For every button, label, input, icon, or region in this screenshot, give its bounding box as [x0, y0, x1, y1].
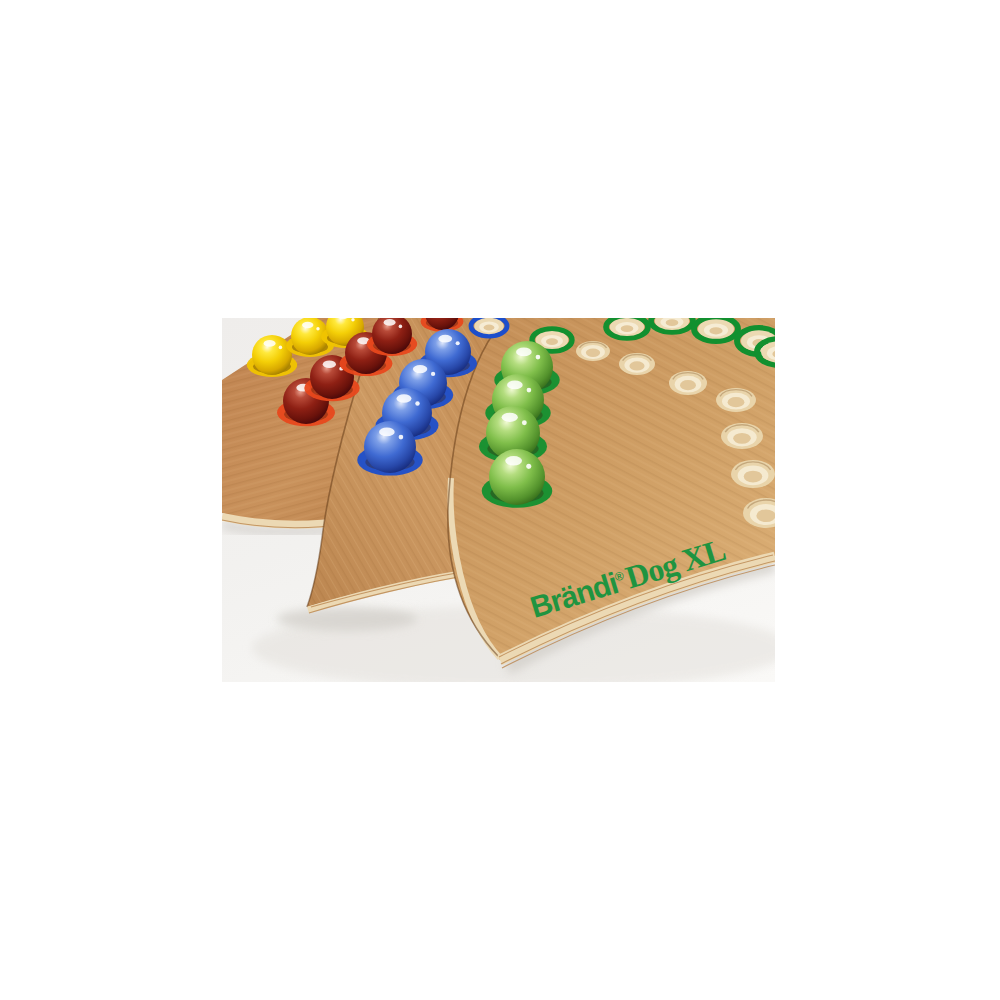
ringed-hole-empty-green: [694, 318, 738, 341]
track-hole-empty: [731, 460, 775, 488]
page: Brändi®Dog XL: [0, 0, 1000, 1000]
track-hole-empty: [576, 341, 610, 361]
track-hole-empty: [716, 388, 756, 412]
ringed-hole-empty-green: [651, 318, 693, 332]
ringed-hole-empty-green: [757, 339, 775, 365]
track-hole-empty: [619, 353, 655, 375]
track-hole-empty: [721, 423, 763, 449]
product-photo: Brändi®Dog XL: [222, 318, 775, 682]
track-hole-empty: [669, 371, 707, 395]
board-scene: Brändi®Dog XL: [222, 318, 775, 682]
ringed-hole-empty-blue: [471, 318, 507, 336]
ringed-hole-empty-green: [606, 318, 648, 338]
